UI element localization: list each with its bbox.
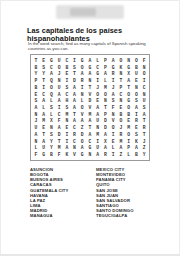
grid-cell-r2c10: P xyxy=(102,64,110,71)
grid-cell-r4c13: A xyxy=(125,77,133,84)
grid-cell-r14c2: U xyxy=(40,145,48,152)
grid-cell-r9c13: B xyxy=(125,111,133,118)
grid-cell-r8c14: A xyxy=(133,104,141,111)
grid-cell-r12c12: R xyxy=(117,131,125,138)
grid-cell-r9c8: M xyxy=(86,111,94,118)
grid-cell-r15c11: I xyxy=(109,151,117,158)
grid-cell-r3c11: R xyxy=(109,70,117,77)
grid-cell-r2c2: S xyxy=(40,64,48,71)
grid-cell-r15c10: R xyxy=(102,151,110,158)
grid-cell-r1c4: U xyxy=(55,57,63,64)
grid-cell-r5c14: N xyxy=(133,84,141,91)
worksheet-page: Las capitales de los países hispanohabla… xyxy=(0,0,180,256)
grid-cell-r4c12: T xyxy=(117,77,125,84)
grid-cell-r1c15: F xyxy=(140,57,148,64)
grid-cell-r1c8: A xyxy=(86,57,94,64)
grid-cell-r6c12: C xyxy=(117,91,125,98)
grid-cell-r12c2: T xyxy=(40,131,48,138)
grid-cell-r2c6: S xyxy=(71,64,79,71)
grid-cell-r11c15: R xyxy=(140,124,148,131)
grid-cell-r10c10: D xyxy=(102,118,110,125)
grid-cell-r12c10: A xyxy=(102,131,110,138)
grid-cell-r10c15: T xyxy=(140,118,148,125)
grid-cell-r7c9: E xyxy=(94,97,102,104)
grid-cell-r9c11: N xyxy=(109,111,117,118)
grid-cell-r6c13: O xyxy=(125,91,133,98)
grid-cell-r3c15: O xyxy=(140,70,148,77)
grid-cell-r13c4: T xyxy=(55,138,63,145)
grid-cell-r12c14: S xyxy=(133,131,141,138)
grid-cell-r5c9: J xyxy=(94,84,102,91)
grid-cell-r6c11: A xyxy=(109,91,117,98)
grid-cell-r11c14: E xyxy=(133,124,141,131)
grid-cell-r12c3: S xyxy=(47,131,55,138)
grid-cell-r12c4: D xyxy=(55,131,63,138)
grid-cell-r14c13: P xyxy=(125,145,133,152)
grid-cell-r14c6: N xyxy=(71,145,79,152)
grid-cell-r10c4: F xyxy=(55,118,63,125)
grid-cell-r1c2: E xyxy=(40,57,48,64)
grid-cell-r2c11: G xyxy=(109,64,117,71)
grid-cell-r5c10: M xyxy=(102,84,110,91)
grid-cell-r14c8: G xyxy=(86,145,94,152)
grid-cell-r15c15: Y xyxy=(140,151,148,158)
grid-cell-r6c15: N xyxy=(140,91,148,98)
grid-cell-r3c10: A xyxy=(102,70,110,77)
grid-cell-r2c15: N xyxy=(140,64,148,71)
grid-cell-r6c6: A xyxy=(71,91,79,98)
grid-cell-r1c6: I xyxy=(71,57,79,64)
grid-cell-r13c3: Y xyxy=(47,138,55,145)
grid-cell-r1c12: O xyxy=(117,57,125,64)
grid-cell-r13c13: I xyxy=(125,138,133,145)
grid-cell-r5c8: T xyxy=(86,84,94,91)
grid-cell-r10c6: A xyxy=(71,118,79,125)
grid-cell-r11c5: E xyxy=(63,124,71,131)
grid-cell-r2c9: C xyxy=(94,64,102,71)
grid-cell-r12c11: I xyxy=(109,131,117,138)
grid-cell-r9c10: P xyxy=(102,111,110,118)
grid-cell-r13c1: N xyxy=(32,138,40,145)
grid-cell-r12c13: O xyxy=(125,131,133,138)
grid-cell-r2c3: C xyxy=(47,64,55,71)
grid-cell-r10c3: X xyxy=(47,118,55,125)
grid-cell-r9c12: B xyxy=(117,111,125,118)
grid-cell-r15c8: N xyxy=(86,151,94,158)
grid-cell-r13c10: X xyxy=(102,138,110,145)
grid-cell-r6c8: V xyxy=(86,91,94,98)
grid-cell-r11c10: D xyxy=(102,124,110,131)
grid-cell-r12c8: A xyxy=(86,131,94,138)
word-list-item: TEGUCIGALPA xyxy=(96,213,134,218)
grid-cell-r7c5: H xyxy=(63,97,71,104)
grid-cell-r1c1: T xyxy=(32,57,40,64)
grid-cell-r13c5: I xyxy=(63,138,71,145)
grid-cell-r4c15: I xyxy=(140,77,148,84)
grid-cell-r9c15: A xyxy=(140,111,148,118)
grid-cell-r13c2: A xyxy=(40,138,48,145)
grid-cell-r5c4: U xyxy=(55,84,63,91)
grid-cell-r7c1: S xyxy=(32,97,40,104)
grid-cell-r11c6: C xyxy=(71,124,79,131)
grid-cell-r11c13: M xyxy=(125,124,133,131)
grid-cell-r3c5: E xyxy=(63,70,71,77)
grid-cell-r10c1: J xyxy=(32,118,40,125)
grid-cell-r14c7: A xyxy=(78,145,86,152)
grid-cell-r10c11: V xyxy=(109,118,117,125)
grid-cell-r11c3: N xyxy=(47,124,55,131)
grid-cell-r14c14: A xyxy=(133,145,141,152)
grid-cell-r6c3: Q xyxy=(47,91,55,98)
grid-cell-r6c9: O xyxy=(94,91,102,98)
grid-cell-r1c14: O xyxy=(133,57,141,64)
grid-cell-r5c6: A xyxy=(71,84,79,91)
grid-cell-r9c9: A xyxy=(94,111,102,118)
grid-cell-r9c4: C xyxy=(55,111,63,118)
grid-cell-r6c14: O xyxy=(133,91,141,98)
grid-cell-r5c13: T xyxy=(125,84,133,91)
word-list-left: ASUNCIONBOGOTABUENOS AIRESCARACASGUATEMA… xyxy=(30,167,68,219)
grid-cell-r10c14: R xyxy=(133,118,141,125)
grid-cell-r12c6: R xyxy=(71,131,79,138)
grid-cell-r4c14: E xyxy=(133,77,141,84)
grid-cell-r7c10: N xyxy=(102,97,110,104)
grid-cell-r14c5: A xyxy=(63,145,71,152)
grid-cell-r4c5: I xyxy=(63,77,71,84)
grid-cell-r14c3: Y xyxy=(47,145,55,152)
grid-cell-r3c14: U xyxy=(133,70,141,77)
grid-cell-r6c4: A xyxy=(55,91,63,98)
grid-cell-r15c13: L xyxy=(125,151,133,158)
grid-cell-r8c9: A xyxy=(94,104,102,111)
grid-cell-r3c6: T xyxy=(71,70,79,77)
grid-cell-r11c1: U xyxy=(32,124,40,131)
grid-cell-r3c12: N xyxy=(117,70,125,77)
grid-cell-r12c7: D xyxy=(78,131,86,138)
grid-cell-r6c5: C xyxy=(63,91,71,98)
grid-cell-r7c13: G xyxy=(125,97,133,104)
grid-cell-r1c7: G xyxy=(78,57,86,64)
grid-cell-r14c12: A xyxy=(117,145,125,152)
grid-cell-r1c3: G xyxy=(47,57,55,64)
grid-cell-r13c9: I xyxy=(94,138,102,145)
grid-cell-r13c12: M xyxy=(117,138,125,145)
grid-cell-r10c12: O xyxy=(117,118,125,125)
grid-cell-r15c4: F xyxy=(55,151,63,158)
grid-cell-r9c2: A xyxy=(40,111,48,118)
grid-cell-r5c3: O xyxy=(47,84,55,91)
grid-cell-r7c8: D xyxy=(86,97,94,104)
grid-cell-r14c10: A xyxy=(102,145,110,152)
grid-cell-r7c2: A xyxy=(40,97,48,104)
grid-cell-r8c10: T xyxy=(102,104,110,111)
grid-cell-r5c11: J xyxy=(109,84,117,91)
grid-cell-r7c11: S xyxy=(109,97,117,104)
grid-cell-r14c15: Z xyxy=(140,145,148,152)
word-search-grid-box: TEGUCIGALPAONOFBSCOBSOGCPGKGBNYYAJETAAGA… xyxy=(30,54,150,161)
grid-cell-r10c2: M xyxy=(40,118,48,125)
grid-cell-r5c1: B xyxy=(32,84,40,91)
grid-cell-r11c12: J xyxy=(117,124,125,131)
grid-cell-r9c6: T xyxy=(71,111,79,118)
instructions-text: In the word search, find as many capital… xyxy=(28,41,150,51)
word-list-item: MANAGUA xyxy=(30,213,68,218)
grid-cell-r3c3: A xyxy=(47,70,55,77)
grid-cell-r7c7: L xyxy=(78,97,86,104)
grid-cell-r13c11: E xyxy=(109,138,117,145)
grid-cell-r7c15: U xyxy=(140,97,148,104)
grid-cell-r5c2: I xyxy=(40,84,48,91)
grid-cell-r8c4: I xyxy=(55,104,63,111)
grid-cell-r9c5: M xyxy=(63,111,71,118)
grid-cell-r2c14: B xyxy=(133,64,141,71)
grid-cell-r2c4: O xyxy=(55,64,63,71)
grid-cell-r14c4: M xyxy=(55,145,63,152)
grid-cell-r14c1: L xyxy=(32,145,40,152)
grid-cell-r15c2: G xyxy=(40,151,48,158)
grid-cell-r14c11: L xyxy=(109,145,117,152)
grid-cell-r4c1: P xyxy=(32,77,40,84)
grid-cell-r8c8: V xyxy=(86,104,94,111)
grid-cell-r2c12: K xyxy=(117,64,125,71)
grid-cell-r4c7: R xyxy=(78,77,86,84)
grid-cell-r15c7: G xyxy=(78,151,86,158)
grid-cell-r15c14: B xyxy=(133,151,141,158)
grid-cell-r9c7: V xyxy=(78,111,86,118)
grid-cell-r2c5: B xyxy=(63,64,71,71)
grid-cell-r2c7: O xyxy=(78,64,86,71)
grid-cell-r8c11: F xyxy=(109,104,117,111)
grid-cell-r3c1: Y xyxy=(32,70,40,77)
grid-cell-r4c6: D xyxy=(71,77,79,84)
grid-cell-r11c7: Z xyxy=(78,124,86,131)
grid-cell-r8c6: A xyxy=(71,104,79,111)
grid-cell-r8c12: E xyxy=(117,104,125,111)
grid-cell-r8c1: A xyxy=(32,104,40,111)
grid-cell-r12c5: I xyxy=(63,131,71,138)
grid-cell-r15c12: Z xyxy=(117,151,125,158)
grid-cell-r2c13: G xyxy=(125,64,133,71)
word-search-grid: TEGUCIGALPAONOFBSCOBSOGCPGKGBNYYAJETAAGA… xyxy=(32,57,148,158)
grid-cell-r4c4: N xyxy=(55,77,63,84)
faded-header-logo-core xyxy=(70,8,96,16)
grid-cell-r3c2: Y xyxy=(40,70,48,77)
grid-cell-r8c3: S xyxy=(47,104,55,111)
grid-cell-r15c9: A xyxy=(94,151,102,158)
grid-cell-r10c7: A xyxy=(78,118,86,125)
grid-cell-r7c6: A xyxy=(71,97,79,104)
grid-cell-r8c7: O xyxy=(78,104,86,111)
grid-cell-r1c11: A xyxy=(109,57,117,64)
grid-cell-r11c9: N xyxy=(94,124,102,131)
grid-cell-r11c2: E xyxy=(40,124,48,131)
grid-cell-r8c5: S xyxy=(63,104,71,111)
grid-cell-r6c7: N xyxy=(78,91,86,98)
grid-cell-r1c13: N xyxy=(125,57,133,64)
grid-cell-r7c14: S xyxy=(133,97,141,104)
grid-cell-r2c1: B xyxy=(32,64,40,71)
grid-cell-r13c7: O xyxy=(78,138,86,145)
grid-cell-r4c2: T xyxy=(40,77,48,84)
grid-cell-r5c5: S xyxy=(63,84,71,91)
grid-cell-r1c9: L xyxy=(94,57,102,64)
grid-cell-r7c4: A xyxy=(55,97,63,104)
grid-cell-r5c7: I xyxy=(78,84,86,91)
grid-cell-r15c3: B xyxy=(47,151,55,158)
grid-cell-r3c9: G xyxy=(94,70,102,77)
grid-cell-r14c9: U xyxy=(94,145,102,152)
grid-cell-r4c8: N xyxy=(86,77,94,84)
grid-cell-r5c12: P xyxy=(117,84,125,91)
grid-cell-r11c11: O xyxy=(109,124,117,131)
grid-cell-r10c5: N xyxy=(63,118,71,125)
grid-cell-r15c1: F xyxy=(32,151,40,158)
grid-cell-r10c9: U xyxy=(94,118,102,125)
grid-cell-r11c8: T xyxy=(86,124,94,131)
grid-cell-r3c4: J xyxy=(55,70,63,77)
grid-cell-r6c1: E xyxy=(32,91,40,98)
grid-cell-r13c14: K xyxy=(133,138,141,145)
word-list-right: MEXICO CITYMONTEVIDEOPANAMA CITYQUITOSAN… xyxy=(96,167,134,219)
grid-cell-r9c14: I xyxy=(133,111,141,118)
grid-cell-r3c8: A xyxy=(86,70,94,77)
grid-cell-r13c8: C xyxy=(86,138,94,145)
grid-cell-r10c8: A xyxy=(86,118,94,125)
grid-cell-r15c6: V xyxy=(71,151,79,158)
grid-cell-r1c10: P xyxy=(102,57,110,64)
grid-cell-r6c2: C xyxy=(40,91,48,98)
grid-cell-r4c11: I xyxy=(109,77,117,84)
grid-cell-r10c13: E xyxy=(125,118,133,125)
grid-cell-r11c4: A xyxy=(55,124,63,131)
grid-cell-r12c15: T xyxy=(140,131,148,138)
grid-cell-r8c15: S xyxy=(140,104,148,111)
grid-cell-r13c15: J xyxy=(140,138,148,145)
grid-cell-r8c13: O xyxy=(125,104,133,111)
grid-cell-r13c6: C xyxy=(71,138,79,145)
grid-cell-r3c7: A xyxy=(78,70,86,77)
grid-cell-r12c1: A xyxy=(32,131,40,138)
grid-cell-r2c8: G xyxy=(86,64,94,71)
grid-cell-r12c9: M xyxy=(94,131,102,138)
grid-cell-r3c13: X xyxy=(125,70,133,77)
grid-cell-r9c3: L xyxy=(47,111,55,118)
grid-cell-r15c5: K xyxy=(63,151,71,158)
grid-cell-r4c9: I xyxy=(94,77,102,84)
grid-cell-r1c5: C xyxy=(63,57,71,64)
grid-cell-r9c1: N xyxy=(32,111,40,118)
grid-cell-r8c2: L xyxy=(40,104,48,111)
grid-cell-r6c10: O xyxy=(102,91,110,98)
grid-cell-r4c10: L xyxy=(102,77,110,84)
grid-cell-r7c12: N xyxy=(117,97,125,104)
grid-cell-r5c15: C xyxy=(140,84,148,91)
grid-cell-r4c3: Q xyxy=(47,77,55,84)
grid-cell-r7c3: L xyxy=(47,97,55,104)
